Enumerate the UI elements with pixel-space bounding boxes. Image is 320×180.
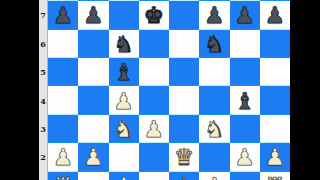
square-h5[interactable] xyxy=(260,58,290,86)
white-knight-f3[interactable]: ♞ xyxy=(199,115,229,143)
square-e7[interactable] xyxy=(169,1,199,29)
square-g7[interactable]: ♟ xyxy=(230,1,260,29)
square-d7[interactable]: ♚ xyxy=(139,1,169,29)
white-rook-h1[interactable]: ♜ xyxy=(260,172,290,180)
square-b3[interactable] xyxy=(78,115,108,143)
white-queen-e2[interactable]: ♛ xyxy=(169,143,199,171)
square-a2[interactable]: ♟ xyxy=(48,143,78,171)
black-pawn-f7[interactable]: ♟ xyxy=(199,1,229,29)
white-king-e1[interactable]: ♚ xyxy=(169,172,199,180)
square-c3[interactable]: ♞ xyxy=(109,115,139,143)
black-pawn-h7[interactable]: ♟ xyxy=(260,1,290,29)
rank-label-5: 5 xyxy=(39,67,47,77)
square-a4[interactable] xyxy=(48,86,78,114)
square-h7[interactable]: ♟ xyxy=(260,1,290,29)
square-a3[interactable] xyxy=(48,115,78,143)
white-pawn-b2[interactable]: ♟ xyxy=(78,143,108,171)
square-f4[interactable] xyxy=(199,86,229,114)
square-b6[interactable] xyxy=(78,30,108,58)
white-pawn-a2[interactable]: ♟ xyxy=(48,143,78,171)
square-b7[interactable]: ♟ xyxy=(78,1,108,29)
square-a5[interactable] xyxy=(48,58,78,86)
square-g1[interactable] xyxy=(230,172,260,180)
square-c6[interactable]: ♞ xyxy=(109,30,139,58)
black-knight-c6[interactable]: ♞ xyxy=(109,30,139,58)
square-f3[interactable]: ♞ xyxy=(199,115,229,143)
square-g3[interactable] xyxy=(230,115,260,143)
square-h6[interactable] xyxy=(260,30,290,58)
square-g4[interactable]: ♝ xyxy=(230,86,260,114)
square-f6[interactable]: ♞ xyxy=(199,30,229,58)
square-a7[interactable]: ♟ xyxy=(48,1,78,29)
black-pawn-a7[interactable]: ♟ xyxy=(48,1,78,29)
black-knight-f6[interactable]: ♞ xyxy=(199,30,229,58)
square-h2[interactable]: ♟ xyxy=(260,143,290,171)
square-e3[interactable] xyxy=(169,115,199,143)
rank-label-6: 6 xyxy=(39,39,47,49)
square-f2[interactable] xyxy=(199,143,229,171)
square-e2[interactable]: ♛ xyxy=(169,143,199,171)
square-g2[interactable]: ♟ xyxy=(230,143,260,171)
square-h3[interactable] xyxy=(260,115,290,143)
rank-label-strip: 87654321 xyxy=(39,0,48,180)
square-d2[interactable] xyxy=(139,143,169,171)
square-f7[interactable]: ♟ xyxy=(199,1,229,29)
square-a6[interactable] xyxy=(48,30,78,58)
square-c5[interactable]: ♝ xyxy=(109,58,139,86)
square-d5[interactable] xyxy=(139,58,169,86)
square-b5[interactable] xyxy=(78,58,108,86)
black-king-d7[interactable]: ♚ xyxy=(139,1,169,29)
white-bishop-c1[interactable]: ♝ xyxy=(109,172,139,180)
square-b2[interactable]: ♟ xyxy=(78,143,108,171)
square-g5[interactable] xyxy=(230,58,260,86)
black-bishop-g4[interactable]: ♝ xyxy=(230,86,260,114)
rank-label-3: 3 xyxy=(39,124,47,134)
rank-label-4: 4 xyxy=(39,96,47,106)
square-d6[interactable] xyxy=(139,30,169,58)
square-h1[interactable]: ♜ xyxy=(260,172,290,180)
square-c7[interactable] xyxy=(109,1,139,29)
rank-label-7: 7 xyxy=(39,10,47,20)
white-pawn-c4[interactable]: ♟ xyxy=(109,86,139,114)
black-pawn-g7[interactable]: ♟ xyxy=(230,1,260,29)
square-d1[interactable] xyxy=(139,172,169,180)
square-c2[interactable] xyxy=(109,143,139,171)
square-b4[interactable] xyxy=(78,86,108,114)
square-a1[interactable]: ♜ xyxy=(48,172,78,180)
white-knight-c3[interactable]: ♞ xyxy=(109,115,139,143)
square-g6[interactable] xyxy=(230,30,260,58)
white-bishop-f1[interactable]: ♝ xyxy=(199,172,229,180)
square-e1[interactable]: ♚ xyxy=(169,172,199,180)
white-pawn-g2[interactable]: ♟ xyxy=(230,143,260,171)
rank-label-2: 2 xyxy=(39,152,47,162)
square-c4[interactable]: ♟ xyxy=(109,86,139,114)
square-e6[interactable] xyxy=(169,30,199,58)
black-pawn-b7[interactable]: ♟ xyxy=(78,1,108,29)
chess-board: ♟♟♚♟♟♟♞♞♝♟♝♞♟♞♟♟♛♟♟♜♝♚♝♜ xyxy=(48,0,290,180)
square-c1[interactable]: ♝ xyxy=(109,172,139,180)
square-f5[interactable] xyxy=(199,58,229,86)
square-f1[interactable]: ♝ xyxy=(199,172,229,180)
square-h4[interactable] xyxy=(260,86,290,114)
white-rook-a1[interactable]: ♜ xyxy=(48,172,78,180)
square-d3[interactable]: ♟ xyxy=(139,115,169,143)
square-b1[interactable] xyxy=(78,172,108,180)
square-e5[interactable] xyxy=(169,58,199,86)
white-pawn-h2[interactable]: ♟ xyxy=(260,143,290,171)
square-e4[interactable] xyxy=(169,86,199,114)
square-d4[interactable] xyxy=(139,86,169,114)
white-pawn-d3[interactable]: ♟ xyxy=(139,115,169,143)
black-bishop-c5[interactable]: ♝ xyxy=(109,58,139,86)
app-background: { "game": "chess", "window": { "width_px… xyxy=(0,0,320,180)
